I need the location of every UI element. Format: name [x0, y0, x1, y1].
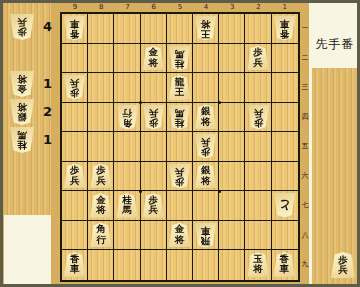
piece-kanji: 歩	[253, 117, 263, 128]
piece-kanji: 兵	[149, 205, 159, 216]
board-square-5-3[interactable]: 龍王	[167, 73, 193, 103]
piece-香車-sente[interactable]: 香車	[274, 252, 295, 277]
piece-歩兵-gote[interactable]: 歩兵	[10, 14, 34, 40]
board-square-5-4[interactable]: 桂馬	[167, 103, 193, 133]
piece-kanji: 将	[17, 74, 27, 85]
board-square-3-6[interactable]	[219, 162, 245, 192]
file-label-3: 3	[219, 3, 245, 12]
piece-歩兵-sente[interactable]: 歩兵	[331, 252, 355, 278]
piece-kanji: 飛	[201, 235, 211, 246]
board-square-4-4[interactable]: 銀将	[193, 103, 219, 133]
board-square-2-3[interactable]	[245, 73, 271, 103]
piece-kanji: 兵	[338, 265, 348, 276]
board-square-9-1[interactable]: 香車	[62, 14, 88, 44]
board-square-6-5[interactable]	[141, 132, 167, 162]
piece-金将-sente[interactable]: 金将	[169, 223, 190, 248]
piece-kanji: 桂	[17, 140, 27, 151]
star-point-2	[139, 190, 142, 193]
star-point-3	[218, 190, 221, 193]
piece-角行-gote[interactable]: 角行	[117, 105, 138, 130]
piece-歩兵-sente[interactable]: 歩兵	[248, 46, 269, 71]
board-square-3-3[interactable]	[219, 73, 245, 103]
board-square-1-9[interactable]: 香車	[272, 250, 298, 280]
board-square-6-6[interactable]	[141, 162, 167, 192]
board-square-4-9[interactable]	[193, 250, 219, 280]
board-square-4-5[interactable]: 歩兵	[193, 132, 219, 162]
board-square-5-9[interactable]	[167, 250, 193, 280]
piece-kanji: 兵	[96, 176, 106, 187]
piece-桂馬-sente[interactable]: 桂馬	[117, 193, 138, 218]
piece-kanji: 兵	[253, 106, 263, 117]
piece-kanji: 馬	[175, 47, 185, 58]
piece-飛車-gote[interactable]: 飛車	[195, 223, 216, 248]
piece-kanji: 車	[70, 18, 80, 29]
piece-kanji: 馬	[175, 106, 185, 117]
piece-kanji: 兵	[70, 176, 80, 187]
piece-歩兵-sente[interactable]: 歩兵	[90, 164, 111, 189]
file-coordinates: 987654321	[60, 3, 300, 12]
piece-kanji: 兵	[201, 136, 211, 147]
board-square-2-9[interactable]: 玉将	[245, 250, 271, 280]
piece-kanji: 車	[201, 224, 211, 235]
board-square-3-8[interactable]	[219, 221, 245, 251]
piece-kanji: 兵	[175, 165, 185, 176]
gote-hand-row-歩兵: 歩兵4	[10, 14, 34, 40]
piece-kanji: 歩	[175, 176, 185, 187]
piece-kanji: 兵	[253, 58, 263, 69]
board-square-9-3[interactable]: 歩兵	[62, 73, 88, 103]
piece-kanji: 行	[96, 235, 106, 246]
piece-kanji: 香	[70, 28, 80, 39]
piece-香車-sente[interactable]: 香車	[64, 252, 85, 277]
board-square-6-7[interactable]: 歩兵	[141, 191, 167, 221]
piece-龍王-sente[interactable]: 龍王	[169, 75, 190, 100]
piece-金将-gote[interactable]: 金将	[10, 71, 34, 97]
board-square-5-5[interactable]	[167, 132, 193, 162]
piece-歩兵-gote[interactable]: 歩兵	[169, 164, 190, 189]
piece-kanji: 将	[201, 18, 211, 29]
piece-kanji: 桂	[175, 117, 185, 128]
board-square-8-9[interactable]	[88, 250, 114, 280]
board-square-4-1[interactable]: 王将	[193, 14, 219, 44]
piece-王将-gote[interactable]: 王将	[195, 16, 216, 41]
piece-kanji: 馬	[17, 130, 27, 141]
star-point-1	[218, 101, 221, 104]
piece-kanji: 角	[122, 117, 132, 128]
left-panel-background	[4, 215, 51, 284]
board-square-1-3[interactable]	[272, 73, 298, 103]
board-square-5-2[interactable]: 桂馬	[167, 44, 193, 74]
piece-kanji: 歩	[149, 117, 159, 128]
piece-kanji: 王	[175, 87, 185, 98]
board-square-7-9[interactable]	[114, 250, 140, 280]
board-square-4-7[interactable]	[193, 191, 219, 221]
board-square-1-1[interactable]: 香車	[272, 14, 298, 44]
board-square-3-5[interactable]	[219, 132, 245, 162]
board-square-7-1[interactable]	[114, 14, 140, 44]
board-square-2-7[interactable]	[245, 191, 271, 221]
file-label-9: 9	[62, 3, 88, 12]
piece-kanji: 金	[17, 84, 27, 95]
file-label-5: 5	[167, 3, 193, 12]
board-square-6-4[interactable]: 歩兵	[141, 103, 167, 133]
board-square-2-6[interactable]	[245, 162, 271, 192]
board-square-3-2[interactable]	[219, 44, 245, 74]
piece-kanji: 兵	[70, 77, 80, 88]
board-square-1-7[interactable]: と	[272, 191, 298, 221]
gote-hand-count-歩兵: 4	[43, 19, 52, 34]
board-square-9-7[interactable]	[62, 191, 88, 221]
board-square-2-4[interactable]: 歩兵	[245, 103, 271, 133]
board-square-4-8[interactable]: 飛車	[193, 221, 219, 251]
board-square-3-9[interactable]	[219, 250, 245, 280]
piece-歩兵-gote[interactable]: 歩兵	[64, 75, 85, 100]
piece-kanji: 将	[149, 58, 159, 69]
file-label-8: 8	[88, 3, 114, 12]
piece-桂馬-gote[interactable]: 桂馬	[169, 105, 190, 130]
shogi-app-window: 987654321 香車王将香車金将桂馬歩兵歩兵龍王角行歩兵桂馬銀将歩兵歩兵歩兵…	[0, 0, 360, 287]
board-square-5-7[interactable]	[167, 191, 193, 221]
board-square-2-8[interactable]	[245, 221, 271, 251]
board-square-1-2[interactable]	[272, 44, 298, 74]
piece-銀将-gote[interactable]: 銀将	[10, 99, 34, 125]
piece-kanji: 将	[17, 102, 27, 113]
board-square-4-2[interactable]	[193, 44, 219, 74]
piece-歩兵-sente[interactable]: 歩兵	[64, 164, 85, 189]
piece-kanji: 将	[201, 117, 211, 128]
board-square-9-6[interactable]: 歩兵	[62, 162, 88, 192]
board-square-7-8[interactable]	[114, 221, 140, 251]
piece-kanji: 将	[96, 205, 106, 216]
piece-金将-sente[interactable]: 金将	[143, 46, 164, 71]
board-square-1-8[interactable]	[272, 221, 298, 251]
file-label-6: 6	[141, 3, 167, 12]
board-square-4-6[interactable]: 銀将	[193, 162, 219, 192]
board-square-9-9[interactable]: 香車	[62, 250, 88, 280]
piece-銀将-sente[interactable]: 銀将	[195, 164, 216, 189]
turn-indicator: 先手番	[312, 36, 358, 53]
file-label-7: 7	[114, 3, 140, 12]
board-square-6-2[interactable]: 金将	[141, 44, 167, 74]
board-square-6-9[interactable]	[141, 250, 167, 280]
board-square-5-6[interactable]: 歩兵	[167, 162, 193, 192]
board-square-2-1[interactable]	[245, 14, 271, 44]
piece-歩兵-gote[interactable]: 歩兵	[195, 134, 216, 159]
board-square-5-1[interactable]	[167, 14, 193, 44]
piece-kanji: 桂	[175, 58, 185, 69]
board-square-7-2[interactable]	[114, 44, 140, 74]
board-square-9-2[interactable]	[62, 44, 88, 74]
piece-桂馬-gote[interactable]: 桂馬	[169, 46, 190, 71]
piece-kanji: 歩	[17, 27, 27, 38]
piece-kanji: 将	[201, 176, 211, 187]
board-square-6-1[interactable]	[141, 14, 167, 44]
piece-歩兵-gote[interactable]: 歩兵	[248, 105, 269, 130]
piece-kanji: 車	[279, 264, 289, 275]
piece-歩兵-gote[interactable]: 歩兵	[143, 105, 164, 130]
board-square-9-8[interactable]	[62, 221, 88, 251]
board-square-6-3[interactable]	[141, 73, 167, 103]
file-label-4: 4	[193, 3, 219, 12]
board-square-3-7[interactable]	[219, 191, 245, 221]
board-square-1-4[interactable]	[272, 103, 298, 133]
sente-hand-row-歩兵: 歩兵4	[331, 252, 355, 278]
piece-銀将-sente[interactable]: 銀将	[195, 105, 216, 130]
board-square-8-8[interactable]: 角行	[88, 221, 114, 251]
board-square-4-3[interactable]	[193, 73, 219, 103]
board-square-9-4[interactable]	[62, 103, 88, 133]
board-square-9-5[interactable]	[62, 132, 88, 162]
piece-歩兵-sente[interactable]: 歩兵	[143, 193, 164, 218]
piece-kanji: 香	[279, 28, 289, 39]
piece-kanji: 兵	[149, 106, 159, 117]
board-square-2-5[interactable]	[245, 132, 271, 162]
board-square-8-4[interactable]	[88, 103, 114, 133]
board-square-8-1[interactable]	[88, 14, 114, 44]
piece-kanji: 銀	[17, 112, 27, 123]
piece-香車-gote[interactable]: 香車	[274, 16, 295, 41]
board-square-7-3[interactable]	[114, 73, 140, 103]
board-square-7-7[interactable]: 桂馬	[114, 191, 140, 221]
piece-kanji: 王	[201, 28, 211, 39]
piece-角行-sente[interactable]: 角行	[90, 223, 111, 248]
board-square-7-6[interactable]	[114, 162, 140, 192]
gote-hand-count-金将: 1	[43, 76, 52, 91]
board-square-3-1[interactable]	[219, 14, 245, 44]
piece-kanji: 行	[122, 106, 132, 117]
piece-玉将-sente[interactable]: 玉将	[248, 252, 269, 277]
piece-kanji: 将	[175, 235, 185, 246]
board-square-8-7[interactable]: 金将	[88, 191, 114, 221]
board-square-3-4[interactable]	[219, 103, 245, 133]
piece-金将-sente[interactable]: 金将	[90, 193, 111, 218]
board-square-8-2[interactable]	[88, 44, 114, 74]
piece-と-gote[interactable]: と	[274, 193, 295, 218]
piece-kanji: と	[278, 199, 290, 212]
piece-kanji: 車	[279, 18, 289, 29]
board-square-8-6[interactable]: 歩兵	[88, 162, 114, 192]
board-square-2-2[interactable]: 歩兵	[245, 44, 271, 74]
piece-kanji: 歩	[201, 146, 211, 157]
piece-kanji: 兵	[17, 17, 27, 28]
gote-hand-row-金将: 金将1	[10, 71, 34, 97]
shogi-board: 香車王将香車金将桂馬歩兵歩兵龍王角行歩兵桂馬銀将歩兵歩兵歩兵歩兵歩兵銀将金将桂馬…	[60, 12, 300, 282]
piece-kanji: 馬	[122, 205, 132, 216]
file-label-1: 1	[272, 3, 298, 12]
board-square-1-5[interactable]	[272, 132, 298, 162]
board-square-6-8[interactable]	[141, 221, 167, 251]
piece-kanji: 歩	[70, 87, 80, 98]
piece-桂馬-gote[interactable]: 桂馬	[10, 127, 34, 153]
gote-hand-count-桂馬: 1	[43, 132, 52, 147]
piece-香車-gote[interactable]: 香車	[64, 16, 85, 41]
board-square-8-3[interactable]	[88, 73, 114, 103]
board-square-1-6[interactable]	[272, 162, 298, 192]
piece-kanji: 車	[70, 264, 80, 275]
board-square-7-5[interactable]	[114, 132, 140, 162]
board-square-7-4[interactable]: 角行	[114, 103, 140, 133]
file-label-2: 2	[245, 3, 271, 12]
board-square-8-5[interactable]	[88, 132, 114, 162]
gote-hand-row-銀将: 銀将2	[10, 99, 34, 125]
piece-kanji: 将	[253, 264, 263, 275]
gote-hand-count-銀将: 2	[43, 104, 52, 119]
gote-hand-row-桂馬: 桂馬1	[10, 127, 34, 153]
board-square-5-8[interactable]: 金将	[167, 221, 193, 251]
